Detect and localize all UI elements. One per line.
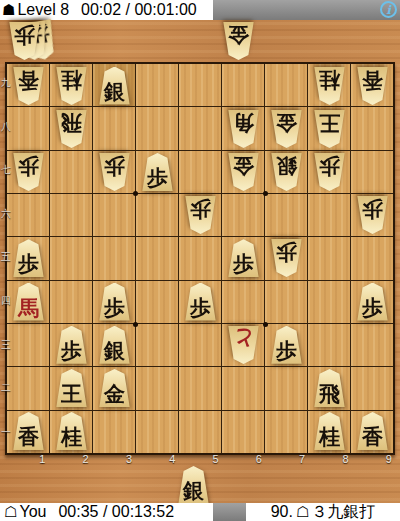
piece-kanji: 金 xyxy=(104,383,125,407)
piece-face: 歩 xyxy=(141,153,174,191)
shogi-piece-gote-歩[interactable]: 歩 xyxy=(356,283,389,321)
shogi-piece-sente-銀[interactable]: 銀 xyxy=(270,153,303,191)
piece-kanji: 歩 xyxy=(61,340,82,364)
piece-face: 銀 xyxy=(98,326,131,364)
top-bar-filler: i xyxy=(213,0,400,20)
piece-kanji: 歩 xyxy=(276,239,297,263)
piece-face: 歩 xyxy=(227,239,260,277)
shogi-piece-gote-銀[interactable]: 銀 xyxy=(98,326,131,364)
shogi-piece-gote-銀[interactable]: 銀 xyxy=(177,466,210,504)
piece-kanji: 歩 xyxy=(319,153,340,177)
piece-face: 桂 xyxy=(55,412,88,450)
piece-face: 歩 xyxy=(12,239,45,277)
piece-face: 歩 xyxy=(8,22,41,60)
piece-kanji: 歩 xyxy=(14,22,35,46)
last-move-text: ３九銀打 xyxy=(311,504,375,520)
shogi-piece-gote-歩[interactable]: 歩 xyxy=(270,326,303,364)
shogi-piece-sente-王[interactable]: 王 xyxy=(313,110,346,148)
piece-face: 金 xyxy=(227,153,260,191)
shogi-piece-sente-歩[interactable]: 歩 xyxy=(313,153,346,191)
shogi-piece-gote-歩[interactable]: 歩 xyxy=(141,153,174,191)
piece-face: 歩 xyxy=(270,326,303,364)
piece-face: 歩 xyxy=(270,239,303,277)
piece-kanji: 銀 xyxy=(276,153,297,177)
piece-face: 馬 xyxy=(12,283,45,321)
shogi-piece-gote-歩[interactable]: 歩 xyxy=(12,239,45,277)
piece-face: 銀 xyxy=(177,466,210,504)
shogi-piece-gote-歩[interactable]: 歩 xyxy=(55,326,88,364)
opponent-clock: 00:02 / 00:01:00 xyxy=(81,2,197,18)
piece-face: 歩 xyxy=(184,196,217,234)
piece-face: 歩 xyxy=(55,326,88,364)
shogi-piece-gote-桂[interactable]: 桂 xyxy=(55,412,88,450)
rank-label-三: 三 xyxy=(1,340,11,350)
rank-label-七: 七 xyxy=(1,165,11,175)
top-status-bar: ☗ Level 8 00:02 / 00:01:00 i xyxy=(0,0,400,20)
piece-kanji: 王 xyxy=(61,383,82,407)
rank-label-八: 八 xyxy=(1,122,11,132)
piece-kanji: 歩 xyxy=(18,253,39,277)
piece-kanji: 銀 xyxy=(183,480,204,504)
shogi-piece-sente-金[interactable]: 金 xyxy=(222,22,255,60)
move-number: 90. xyxy=(271,504,293,520)
player-clock: 00:35 / 00:13:52 xyxy=(58,504,174,520)
piece-face: 香 xyxy=(356,67,389,105)
piece-face: 香 xyxy=(12,412,45,450)
file-label-6: 6 xyxy=(256,454,262,465)
piece-kanji: 角 xyxy=(233,110,254,134)
shogi-piece-sente-歩[interactable]: 歩 xyxy=(184,196,217,234)
shogi-piece-gote-王[interactable]: 王 xyxy=(55,369,88,407)
shogi-piece-gote-銀[interactable]: 銀 xyxy=(98,67,131,105)
shogi-piece-sente-歩[interactable]: 歩 xyxy=(98,153,131,191)
piece-kanji: 銀 xyxy=(104,81,125,105)
piece-kanji: 金 xyxy=(228,22,249,46)
piece-face: 歩 xyxy=(184,283,217,321)
opponent-clock-panel: ☗ Level 8 00:02 / 00:01:00 xyxy=(0,0,213,20)
piece-face: 飛 xyxy=(55,110,88,148)
rank-label-六: 六 xyxy=(1,209,11,219)
shogi-piece-gote-桂[interactable]: 桂 xyxy=(313,412,346,450)
rank-label-四: 四 xyxy=(1,296,11,306)
info-button[interactable]: i xyxy=(380,1,397,18)
piece-kanji: 桂 xyxy=(319,426,340,450)
piece-face: 歩 xyxy=(98,283,131,321)
file-label-9: 9 xyxy=(386,454,392,465)
shogi-piece-gote-香[interactable]: 香 xyxy=(356,412,389,450)
shogi-board: 香桂桂香王金角飛歩銀金歩歩歩歩歩と銀歩歩歩歩歩歩馬歩銀歩飛金王香桂桂香 xyxy=(5,62,395,455)
shogi-piece-gote-馬[interactable]: 馬 xyxy=(12,283,45,321)
shogi-piece-sente-歩[interactable]: 歩 xyxy=(356,196,389,234)
last-move-panel: 90. ☖ ３九銀打 xyxy=(246,503,400,521)
shogi-piece-gote-歩[interactable]: 歩 xyxy=(184,283,217,321)
shogi-piece-sente-香[interactable]: 香 xyxy=(12,67,45,105)
piece-kanji: 歩 xyxy=(104,153,125,177)
file-label-5: 5 xyxy=(213,454,219,465)
piece-kanji: 歩 xyxy=(362,297,383,321)
shogi-piece-sente-角[interactable]: 角 xyxy=(227,110,260,148)
piece-kanji: 王 xyxy=(319,110,340,134)
player-name: You xyxy=(19,504,46,520)
bottom-bar-divider xyxy=(213,503,246,521)
shogi-piece-sente-歩[interactable]: 歩 xyxy=(8,22,41,60)
shogi-piece-gote-金[interactable]: 金 xyxy=(98,369,131,407)
piece-kanji: 歩 xyxy=(362,196,383,220)
file-label-3: 3 xyxy=(126,454,132,465)
shogi-piece-sente-金[interactable]: 金 xyxy=(270,110,303,148)
shogi-piece-sente-金[interactable]: 金 xyxy=(227,153,260,191)
piece-face: 金 xyxy=(222,22,255,60)
shogi-piece-sente-歩[interactable]: 歩 xyxy=(12,153,45,191)
piece-face: 銀 xyxy=(270,153,303,191)
piece-face: 香 xyxy=(12,67,45,105)
piece-kanji: 香 xyxy=(18,426,39,450)
piece-face: 歩 xyxy=(356,283,389,321)
player-clock-panel: ☖ You 00:35 / 00:13:52 xyxy=(0,503,213,521)
piece-kanji: 飛 xyxy=(319,383,340,407)
piece-kanji: 金 xyxy=(233,153,254,177)
piece-kanji: 香 xyxy=(18,67,39,91)
rank-label-九: 九 xyxy=(1,78,11,88)
piece-kanji: 歩 xyxy=(190,196,211,220)
piece-kanji: 金 xyxy=(276,110,297,134)
shogi-piece-sente-香[interactable]: 香 xyxy=(356,67,389,105)
piece-kanji: 飛 xyxy=(61,110,82,134)
piece-layer: 香桂桂香王金角飛歩銀金歩歩歩歩歩と銀歩歩歩歩歩歩馬歩銀歩飛金王香桂桂香 xyxy=(7,64,393,453)
file-label-4: 4 xyxy=(169,454,175,465)
rank-label-五: 五 xyxy=(1,252,11,262)
piece-face: 飛 xyxy=(313,369,346,407)
piece-kanji: 香 xyxy=(362,426,383,450)
rank-label-二: 二 xyxy=(1,383,11,393)
piece-kanji: 歩 xyxy=(233,253,254,277)
shogi-piece-sente-と[interactable]: と xyxy=(227,326,260,364)
piece-face: 王 xyxy=(55,369,88,407)
piece-face: と xyxy=(227,326,260,364)
piece-face: 銀 xyxy=(98,67,131,105)
piece-kanji: 桂 xyxy=(61,67,82,91)
piece-face: 金 xyxy=(270,110,303,148)
shogi-piece-sente-歩[interactable]: 歩 xyxy=(270,239,303,277)
white-koma-icon: ☖ xyxy=(4,505,17,520)
piece-face: 金 xyxy=(98,369,131,407)
piece-kanji: 桂 xyxy=(61,426,82,450)
bottom-status-bar: ☖ You 00:35 / 00:13:52 90. ☖ ３九銀打 xyxy=(0,503,400,521)
piece-face: 歩 xyxy=(313,153,346,191)
piece-kanji: 歩 xyxy=(147,167,168,191)
shogi-piece-sente-桂[interactable]: 桂 xyxy=(313,67,346,105)
piece-face: 角 xyxy=(227,110,260,148)
shogi-piece-gote-飛[interactable]: 飛 xyxy=(313,369,346,407)
piece-face: 桂 xyxy=(55,67,88,105)
piece-face: 香 xyxy=(356,412,389,450)
piece-kanji: 歩 xyxy=(104,297,125,321)
piece-kanji: 桂 xyxy=(319,67,340,91)
piece-face: 歩 xyxy=(12,153,45,191)
file-label-7: 7 xyxy=(299,454,305,465)
shogi-piece-gote-歩[interactable]: 歩 xyxy=(227,239,260,277)
rank-label-一: 一 xyxy=(1,427,11,437)
piece-face: 桂 xyxy=(313,412,346,450)
file-label-2: 2 xyxy=(83,454,89,465)
piece-face: 桂 xyxy=(313,67,346,105)
move-side-icon: ☖ xyxy=(296,505,309,520)
piece-face: 王 xyxy=(313,110,346,148)
black-koma-icon: ☗ xyxy=(2,3,15,18)
file-label-8: 8 xyxy=(342,454,348,465)
piece-face: 歩 xyxy=(356,196,389,234)
opponent-name: Level 8 xyxy=(17,2,69,18)
shogi-piece-sente-桂[interactable]: 桂 xyxy=(55,67,88,105)
piece-kanji: 馬 xyxy=(18,297,39,321)
piece-kanji: 香 xyxy=(362,67,383,91)
piece-kanji: 歩 xyxy=(190,297,211,321)
shogi-piece-gote-香[interactable]: 香 xyxy=(12,412,45,450)
piece-kanji: と xyxy=(233,326,255,350)
piece-kanji: 歩 xyxy=(276,340,297,364)
shogi-piece-gote-歩[interactable]: 歩 xyxy=(98,283,131,321)
piece-face: 歩 xyxy=(98,153,131,191)
shogi-piece-sente-飛[interactable]: 飛 xyxy=(55,110,88,148)
file-label-1: 1 xyxy=(39,454,45,465)
piece-kanji: 銀 xyxy=(104,340,125,364)
piece-kanji: 歩 xyxy=(18,153,39,177)
